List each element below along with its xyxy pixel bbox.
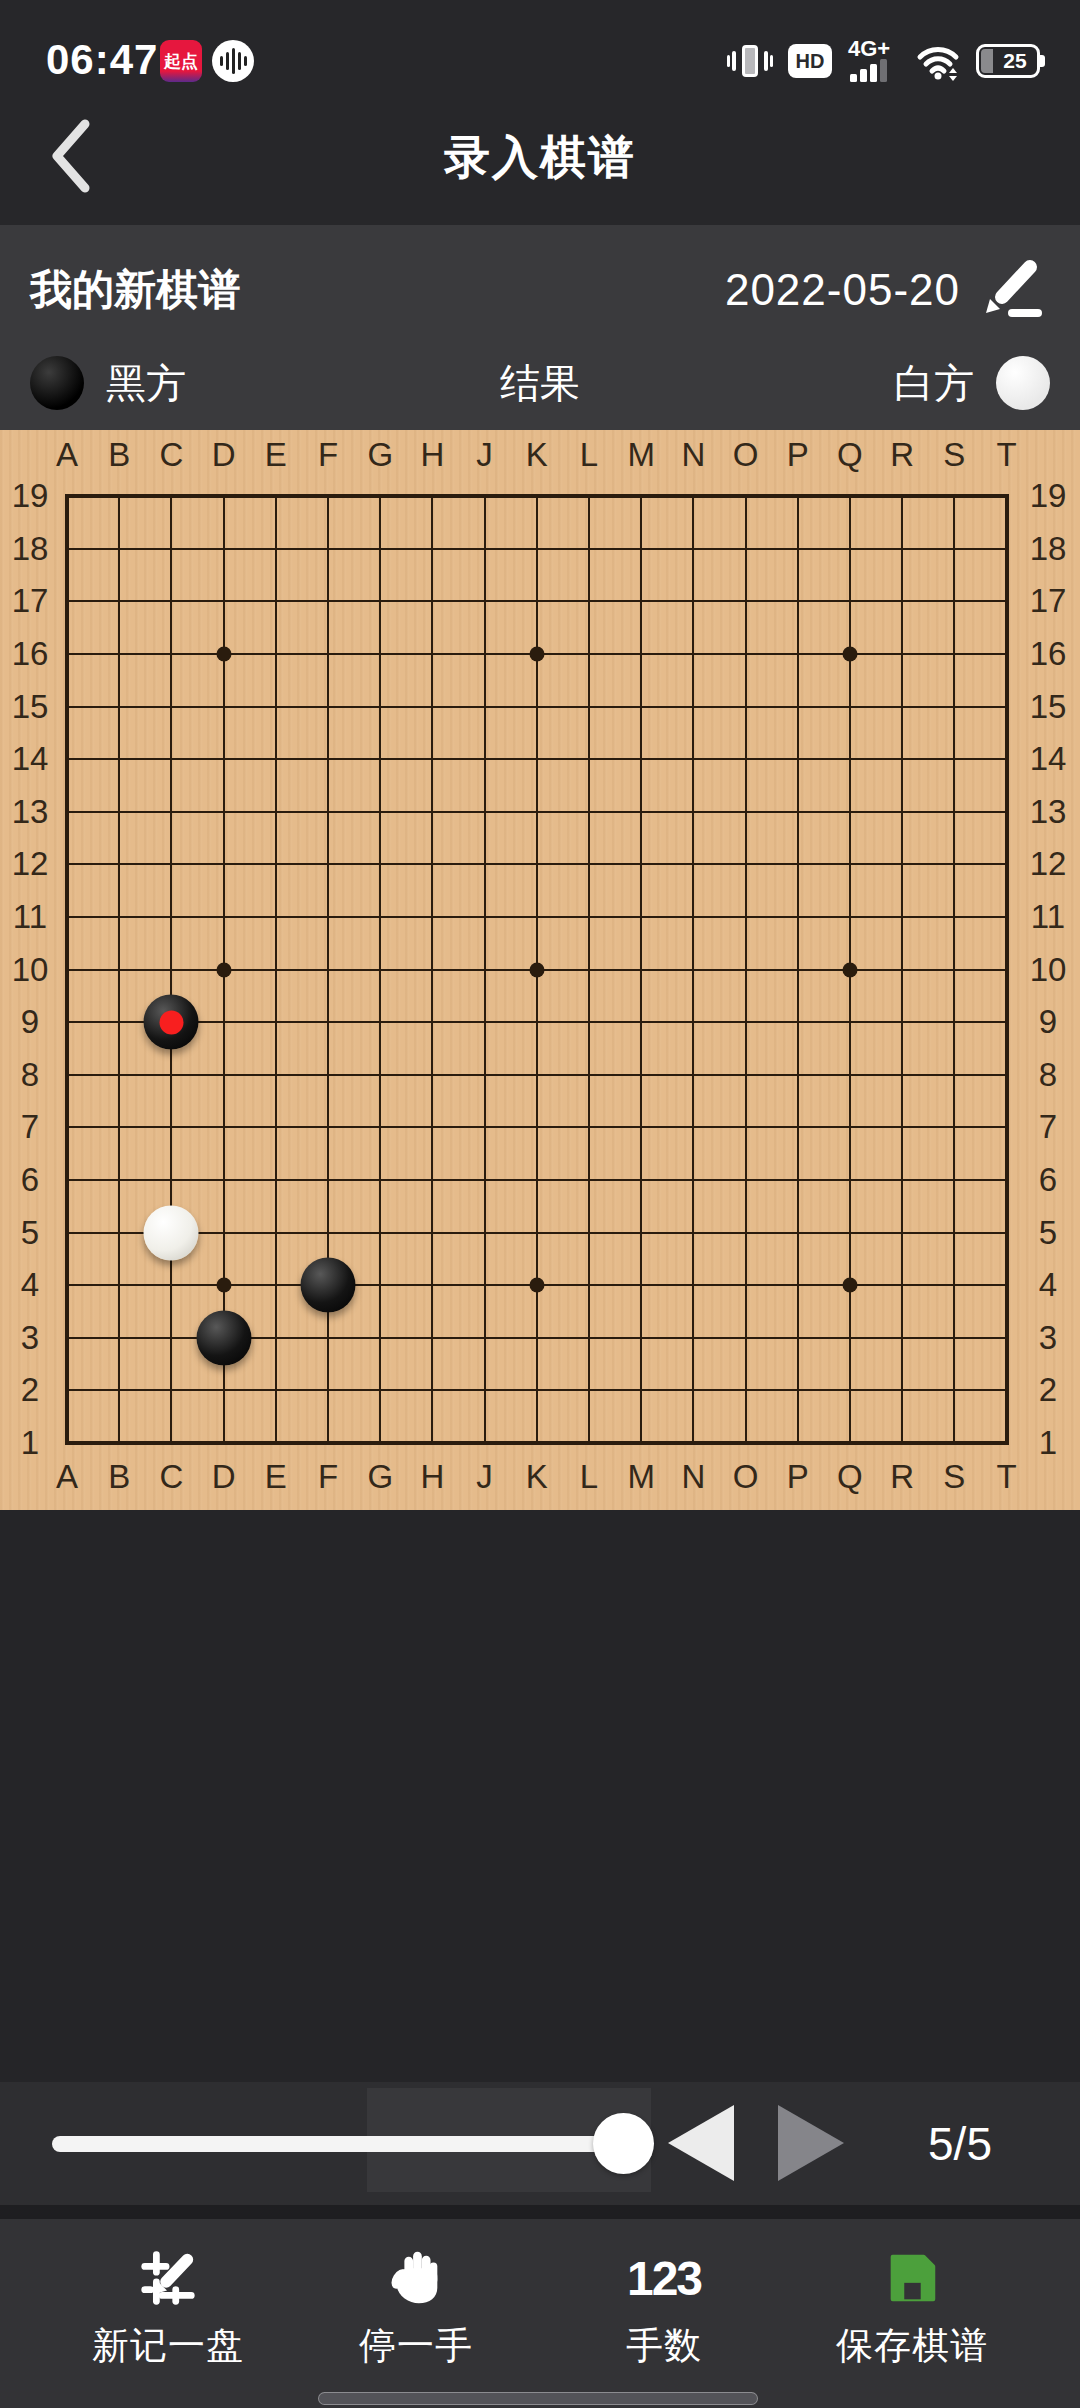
intersection[interactable]: [876, 943, 928, 996]
intersection[interactable]: [511, 786, 563, 839]
intersection[interactable]: [41, 1312, 93, 1365]
intersection[interactable]: [302, 1049, 354, 1102]
intersection[interactable]: [354, 628, 406, 681]
black-stone-D3[interactable]: [196, 1310, 251, 1365]
intersection[interactable]: [406, 891, 458, 944]
intersection[interactable]: [250, 838, 302, 891]
intersection[interactable]: [302, 1259, 354, 1312]
intersection[interactable]: [876, 1259, 928, 1312]
intersection[interactable]: [615, 1364, 667, 1417]
intersection[interactable]: [250, 1206, 302, 1259]
next-move-button[interactable]: [778, 2105, 844, 2181]
intersection[interactable]: [354, 470, 406, 523]
move-count-button[interactable]: 123 手数: [544, 2219, 784, 2371]
intersection[interactable]: [250, 680, 302, 733]
intersection[interactable]: [563, 1364, 615, 1417]
intersection[interactable]: [824, 891, 876, 944]
intersection[interactable]: [563, 575, 615, 628]
intersection[interactable]: [459, 1206, 511, 1259]
intersection[interactable]: [198, 1417, 250, 1470]
intersection[interactable]: [772, 628, 824, 681]
intersection[interactable]: [198, 1259, 250, 1312]
intersection[interactable]: [511, 470, 563, 523]
intersection[interactable]: [667, 1312, 719, 1365]
intersection[interactable]: [667, 575, 719, 628]
intersection[interactable]: [250, 523, 302, 576]
intersection[interactable]: [719, 523, 771, 576]
intersection[interactable]: [250, 996, 302, 1049]
intersection[interactable]: [876, 996, 928, 1049]
intersection[interactable]: [302, 943, 354, 996]
intersection[interactable]: [41, 996, 93, 1049]
intersection[interactable]: [145, 523, 197, 576]
intersection[interactable]: [928, 1101, 980, 1154]
intersection[interactable]: [980, 943, 1032, 996]
intersection[interactable]: [198, 628, 250, 681]
intersection[interactable]: [563, 1206, 615, 1259]
intersection[interactable]: [772, 680, 824, 733]
intersection[interactable]: [145, 628, 197, 681]
intersection[interactable]: [198, 575, 250, 628]
intersection[interactable]: [719, 733, 771, 786]
intersection[interactable]: [145, 575, 197, 628]
intersection[interactable]: [354, 1417, 406, 1470]
intersection[interactable]: [145, 1154, 197, 1207]
intersection[interactable]: [563, 1259, 615, 1312]
intersection[interactable]: [302, 1417, 354, 1470]
new-record-button[interactable]: 新记一盘: [48, 2219, 288, 2371]
intersection[interactable]: [250, 1101, 302, 1154]
intersection[interactable]: [406, 470, 458, 523]
intersection[interactable]: [302, 628, 354, 681]
intersection[interactable]: [719, 1259, 771, 1312]
intersection[interactable]: [250, 733, 302, 786]
intersection[interactable]: [354, 680, 406, 733]
intersection[interactable]: [198, 1101, 250, 1154]
intersection[interactable]: [928, 470, 980, 523]
intersection[interactable]: [563, 628, 615, 681]
intersection[interactable]: [615, 523, 667, 576]
intersection[interactable]: [772, 1154, 824, 1207]
intersection[interactable]: [93, 1364, 145, 1417]
intersection[interactable]: [250, 786, 302, 839]
intersection[interactable]: [824, 1154, 876, 1207]
black-stone-F4[interactable]: [301, 1258, 356, 1313]
intersection[interactable]: [980, 786, 1032, 839]
intersection[interactable]: [511, 575, 563, 628]
intersection[interactable]: [459, 1417, 511, 1470]
intersection[interactable]: [354, 786, 406, 839]
intersection[interactable]: [719, 680, 771, 733]
intersection[interactable]: [719, 891, 771, 944]
intersection[interactable]: [302, 470, 354, 523]
intersection[interactable]: [41, 891, 93, 944]
intersection[interactable]: [459, 1312, 511, 1365]
intersection[interactable]: [250, 628, 302, 681]
intersection[interactable]: [772, 1101, 824, 1154]
intersection[interactable]: [615, 470, 667, 523]
intersection[interactable]: [511, 838, 563, 891]
intersection[interactable]: [198, 786, 250, 839]
intersection[interactable]: [563, 470, 615, 523]
intersection[interactable]: [41, 838, 93, 891]
intersection[interactable]: [876, 1417, 928, 1470]
intersection[interactable]: [198, 996, 250, 1049]
intersection[interactable]: [615, 628, 667, 681]
intersection[interactable]: [406, 838, 458, 891]
intersection[interactable]: [667, 628, 719, 681]
intersection[interactable]: [145, 1206, 197, 1259]
intersection[interactable]: [41, 523, 93, 576]
intersection[interactable]: [93, 575, 145, 628]
intersection[interactable]: [876, 1154, 928, 1207]
intersection[interactable]: [459, 786, 511, 839]
intersection[interactable]: [615, 1206, 667, 1259]
intersection[interactable]: [667, 786, 719, 839]
intersection[interactable]: [667, 1206, 719, 1259]
intersection[interactable]: [302, 523, 354, 576]
intersection[interactable]: [354, 1312, 406, 1365]
intersection[interactable]: [354, 523, 406, 576]
intersection[interactable]: [980, 996, 1032, 1049]
intersection[interactable]: [93, 1312, 145, 1365]
intersection[interactable]: [824, 733, 876, 786]
intersection[interactable]: [980, 891, 1032, 944]
intersection[interactable]: [145, 1364, 197, 1417]
intersection[interactable]: [980, 575, 1032, 628]
intersection[interactable]: [354, 575, 406, 628]
intersection[interactable]: [719, 1101, 771, 1154]
intersection[interactable]: [876, 891, 928, 944]
intersection[interactable]: [250, 1154, 302, 1207]
intersection[interactable]: [198, 891, 250, 944]
intersection[interactable]: [719, 1417, 771, 1470]
intersection[interactable]: [980, 1364, 1032, 1417]
intersection[interactable]: [459, 680, 511, 733]
intersection[interactable]: [824, 838, 876, 891]
intersection[interactable]: [615, 1312, 667, 1365]
intersection[interactable]: [667, 1154, 719, 1207]
intersection[interactable]: [41, 943, 93, 996]
intersection[interactable]: [41, 1154, 93, 1207]
intersection[interactable]: [667, 1417, 719, 1470]
intersection[interactable]: [198, 1312, 250, 1365]
intersection[interactable]: [980, 1101, 1032, 1154]
intersection[interactable]: [511, 1312, 563, 1365]
intersection[interactable]: [772, 943, 824, 996]
intersection[interactable]: [876, 1206, 928, 1259]
intersection[interactable]: [563, 1312, 615, 1365]
intersection[interactable]: [667, 943, 719, 996]
intersection[interactable]: [198, 943, 250, 996]
intersection[interactable]: [563, 891, 615, 944]
intersection[interactable]: [876, 838, 928, 891]
intersection[interactable]: [719, 1364, 771, 1417]
intersection[interactable]: [511, 1364, 563, 1417]
intersection[interactable]: [41, 680, 93, 733]
intersection[interactable]: [772, 1312, 824, 1365]
intersection[interactable]: [615, 891, 667, 944]
intersection[interactable]: [980, 523, 1032, 576]
intersection[interactable]: [41, 470, 93, 523]
intersection[interactable]: [41, 628, 93, 681]
intersection[interactable]: [980, 1259, 1032, 1312]
intersection[interactable]: [250, 1259, 302, 1312]
intersection[interactable]: [41, 1364, 93, 1417]
intersection[interactable]: [406, 786, 458, 839]
intersection[interactable]: [198, 523, 250, 576]
intersection[interactable]: [406, 733, 458, 786]
black-stone-C9[interactable]: [144, 995, 199, 1050]
intersection[interactable]: [824, 575, 876, 628]
intersection[interactable]: [563, 1417, 615, 1470]
intersection[interactable]: [772, 575, 824, 628]
intersection[interactable]: [772, 1364, 824, 1417]
intersection[interactable]: [250, 575, 302, 628]
intersection[interactable]: [198, 733, 250, 786]
intersection[interactable]: [667, 838, 719, 891]
intersection[interactable]: [406, 1312, 458, 1365]
intersection[interactable]: [980, 838, 1032, 891]
intersection[interactable]: [354, 1101, 406, 1154]
intersection[interactable]: [459, 996, 511, 1049]
intersection[interactable]: [198, 1154, 250, 1207]
intersection[interactable]: [928, 1364, 980, 1417]
intersection[interactable]: [93, 838, 145, 891]
intersection[interactable]: [406, 1206, 458, 1259]
intersection[interactable]: [511, 1417, 563, 1470]
intersection[interactable]: [511, 1154, 563, 1207]
save-record-button[interactable]: 保存棋谱: [792, 2219, 1032, 2371]
intersection[interactable]: [667, 1101, 719, 1154]
intersection[interactable]: [772, 470, 824, 523]
intersection[interactable]: [928, 786, 980, 839]
intersection[interactable]: [145, 786, 197, 839]
intersection[interactable]: [459, 575, 511, 628]
intersection[interactable]: [354, 1049, 406, 1102]
intersection[interactable]: [459, 523, 511, 576]
intersection[interactable]: [928, 733, 980, 786]
intersection[interactable]: [876, 1101, 928, 1154]
intersection[interactable]: [354, 996, 406, 1049]
intersection[interactable]: [615, 733, 667, 786]
intersection[interactable]: [198, 470, 250, 523]
edit-button[interactable]: [974, 251, 1050, 327]
intersection[interactable]: [302, 786, 354, 839]
intersection[interactable]: [928, 838, 980, 891]
intersection[interactable]: [250, 1312, 302, 1365]
intersection[interactable]: [354, 1364, 406, 1417]
intersection[interactable]: [772, 733, 824, 786]
intersection[interactable]: [719, 1049, 771, 1102]
intersection[interactable]: [302, 1154, 354, 1207]
intersection[interactable]: [511, 943, 563, 996]
intersection[interactable]: [824, 1049, 876, 1102]
intersection[interactable]: [928, 891, 980, 944]
intersection[interactable]: [93, 996, 145, 1049]
intersection[interactable]: [563, 680, 615, 733]
intersection[interactable]: [719, 943, 771, 996]
intersection[interactable]: [563, 786, 615, 839]
intersection[interactable]: [928, 1206, 980, 1259]
intersection[interactable]: [615, 786, 667, 839]
intersection[interactable]: [511, 523, 563, 576]
intersection[interactable]: [928, 1049, 980, 1102]
intersection[interactable]: [145, 1417, 197, 1470]
intersection[interactable]: [302, 1364, 354, 1417]
back-button[interactable]: [36, 118, 106, 198]
intersection[interactable]: [511, 1259, 563, 1312]
intersection[interactable]: [824, 943, 876, 996]
intersection[interactable]: [563, 943, 615, 996]
home-indicator[interactable]: [318, 2392, 758, 2405]
intersection[interactable]: [511, 1101, 563, 1154]
intersection[interactable]: [719, 575, 771, 628]
intersection[interactable]: [615, 943, 667, 996]
intersection[interactable]: [145, 996, 197, 1049]
intersection[interactable]: [563, 733, 615, 786]
intersection[interactable]: [41, 786, 93, 839]
intersection[interactable]: [563, 996, 615, 1049]
intersection[interactable]: [145, 1259, 197, 1312]
intersection[interactable]: [250, 470, 302, 523]
intersection[interactable]: [354, 1154, 406, 1207]
intersection[interactable]: [250, 943, 302, 996]
intersection[interactable]: [93, 943, 145, 996]
intersection[interactable]: [615, 1101, 667, 1154]
intersection[interactable]: [667, 1364, 719, 1417]
intersection[interactable]: [615, 1154, 667, 1207]
move-slider-track[interactable]: [52, 2136, 624, 2152]
intersection[interactable]: [459, 1259, 511, 1312]
intersection[interactable]: [928, 680, 980, 733]
intersection[interactable]: [667, 680, 719, 733]
intersection[interactable]: [980, 1154, 1032, 1207]
intersection[interactable]: [824, 1259, 876, 1312]
intersection[interactable]: [719, 1154, 771, 1207]
intersection[interactable]: [406, 1101, 458, 1154]
intersection[interactable]: [824, 1312, 876, 1365]
intersection[interactable]: [41, 1259, 93, 1312]
intersection[interactable]: [928, 1154, 980, 1207]
intersection[interactable]: [615, 838, 667, 891]
intersection[interactable]: [302, 996, 354, 1049]
intersection[interactable]: [824, 996, 876, 1049]
intersection[interactable]: [563, 1101, 615, 1154]
intersection[interactable]: [824, 680, 876, 733]
intersection[interactable]: [980, 1206, 1032, 1259]
intersection[interactable]: [928, 996, 980, 1049]
intersection[interactable]: [876, 680, 928, 733]
intersection[interactable]: [302, 1312, 354, 1365]
intersection[interactable]: [980, 733, 1032, 786]
intersection[interactable]: [354, 1206, 406, 1259]
intersection[interactable]: [198, 838, 250, 891]
intersection[interactable]: [719, 1312, 771, 1365]
intersection[interactable]: [876, 733, 928, 786]
intersection[interactable]: [980, 628, 1032, 681]
intersection[interactable]: [459, 1101, 511, 1154]
intersection[interactable]: [615, 1417, 667, 1470]
intersection[interactable]: [354, 891, 406, 944]
intersection[interactable]: [719, 838, 771, 891]
intersection[interactable]: [406, 1364, 458, 1417]
intersection[interactable]: [41, 733, 93, 786]
intersection[interactable]: [41, 1206, 93, 1259]
intersection[interactable]: [511, 733, 563, 786]
intersection[interactable]: [459, 1154, 511, 1207]
intersection[interactable]: [198, 1206, 250, 1259]
intersection[interactable]: [93, 1417, 145, 1470]
intersection[interactable]: [41, 1101, 93, 1154]
intersection[interactable]: [459, 628, 511, 681]
intersection[interactable]: [980, 470, 1032, 523]
intersection[interactable]: [511, 891, 563, 944]
intersection[interactable]: [145, 1049, 197, 1102]
intersection[interactable]: [250, 1364, 302, 1417]
intersection[interactable]: [145, 470, 197, 523]
intersection[interactable]: [145, 733, 197, 786]
intersection[interactable]: [406, 1154, 458, 1207]
intersection[interactable]: [406, 680, 458, 733]
intersection[interactable]: [563, 1154, 615, 1207]
intersection[interactable]: [511, 628, 563, 681]
intersection[interactable]: [772, 891, 824, 944]
intersection[interactable]: [145, 838, 197, 891]
intersection[interactable]: [459, 891, 511, 944]
intersection[interactable]: [928, 943, 980, 996]
intersection[interactable]: [145, 891, 197, 944]
intersection[interactable]: [876, 628, 928, 681]
intersection[interactable]: [511, 680, 563, 733]
intersection[interactable]: [719, 1206, 771, 1259]
intersection[interactable]: [980, 1049, 1032, 1102]
intersection[interactable]: [876, 470, 928, 523]
intersection[interactable]: [302, 680, 354, 733]
intersection[interactable]: [93, 891, 145, 944]
intersection[interactable]: [876, 1364, 928, 1417]
intersection[interactable]: [824, 1101, 876, 1154]
intersection[interactable]: [667, 996, 719, 1049]
intersection[interactable]: [667, 1259, 719, 1312]
intersection[interactable]: [824, 1417, 876, 1470]
intersection[interactable]: [615, 1049, 667, 1102]
intersection[interactable]: [772, 523, 824, 576]
intersection[interactable]: [459, 838, 511, 891]
intersection[interactable]: [772, 996, 824, 1049]
intersection[interactable]: [354, 943, 406, 996]
intersection[interactable]: [145, 1312, 197, 1365]
intersection[interactable]: [772, 1417, 824, 1470]
intersection[interactable]: [824, 786, 876, 839]
white-stone-C5[interactable]: [144, 1205, 199, 1260]
intersection[interactable]: [198, 1049, 250, 1102]
intersection[interactable]: [667, 733, 719, 786]
intersection[interactable]: [876, 1049, 928, 1102]
intersection[interactable]: [406, 996, 458, 1049]
intersection[interactable]: [250, 891, 302, 944]
intersection[interactable]: [824, 1364, 876, 1417]
intersection[interactable]: [667, 1049, 719, 1102]
intersection[interactable]: [511, 1049, 563, 1102]
pass-button[interactable]: 停一手: [296, 2219, 536, 2371]
intersection[interactable]: [145, 680, 197, 733]
intersection[interactable]: [145, 1101, 197, 1154]
intersection[interactable]: [93, 680, 145, 733]
intersection[interactable]: [615, 1259, 667, 1312]
go-board[interactable]: ABCDEFGHJKLMNOPQRST ABCDEFGHJKLMNOPQRST …: [0, 430, 1080, 1510]
intersection[interactable]: [511, 996, 563, 1049]
